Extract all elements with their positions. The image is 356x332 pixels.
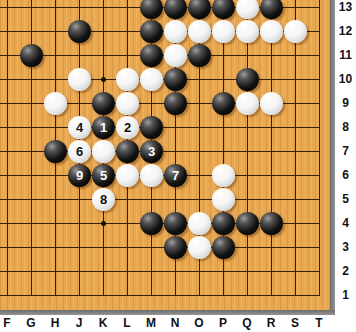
stone-white-P5 — [212, 188, 235, 211]
star-point-K10 — [101, 77, 106, 82]
coord-label-col-T: T — [307, 315, 331, 332]
stone-black-Q10 — [236, 68, 259, 91]
stone-white-L9 — [116, 92, 139, 115]
stone-black-G11 — [20, 44, 43, 67]
move-number-4: 4 — [76, 121, 83, 134]
move-number-8: 8 — [100, 193, 107, 206]
coord-label-col-N: N — [163, 315, 187, 332]
stone-black-P4 — [212, 212, 235, 235]
stone-white-J7: 6 — [68, 140, 91, 163]
stone-white-O4 — [188, 212, 211, 235]
coord-label-row-8: 8 — [335, 119, 356, 135]
coord-label-col-O: O — [187, 315, 211, 332]
stone-white-J10 — [68, 68, 91, 91]
stone-black-K9 — [92, 92, 115, 115]
coord-label-row-7: 7 — [335, 143, 356, 159]
stone-black-P3 — [212, 236, 235, 259]
go-board-screenshot: 412639578 FGHJKLMNOPQRST1312111098765432… — [0, 0, 356, 332]
stone-white-L10 — [116, 68, 139, 91]
coord-label-row-3: 3 — [335, 239, 356, 255]
stone-black-M8 — [140, 116, 163, 139]
stone-black-M7: 3 — [140, 140, 163, 163]
stone-white-Q12 — [236, 20, 259, 43]
coord-label-col-J: J — [67, 315, 91, 332]
stone-white-M6 — [140, 164, 163, 187]
move-number-9: 9 — [76, 169, 83, 182]
stone-black-N10 — [164, 68, 187, 91]
stone-black-K8: 1 — [92, 116, 115, 139]
stone-white-S12 — [284, 20, 307, 43]
coord-label-col-R: R — [259, 315, 283, 332]
move-number-6: 6 — [76, 145, 83, 158]
stone-black-L7 — [116, 140, 139, 163]
stone-white-K7 — [92, 140, 115, 163]
stone-white-L6 — [116, 164, 139, 187]
coord-label-col-G: G — [19, 315, 43, 332]
stone-black-O11 — [188, 44, 211, 67]
stone-black-H7 — [44, 140, 67, 163]
stone-white-H9 — [44, 92, 67, 115]
stone-black-Q4 — [236, 212, 259, 235]
coord-label-col-L: L — [115, 315, 139, 332]
coord-label-col-Q: Q — [235, 315, 259, 332]
coord-label-row-12: 12 — [335, 23, 356, 39]
stone-black-N6: 7 — [164, 164, 187, 187]
star-point-K4 — [101, 221, 106, 226]
stone-black-P9 — [212, 92, 235, 115]
coord-label-row-1: 1 — [335, 287, 356, 303]
stone-black-M4 — [140, 212, 163, 235]
coord-label-col-S: S — [283, 315, 307, 332]
stone-white-Q9 — [236, 92, 259, 115]
stone-white-N11 — [164, 44, 187, 67]
stone-white-K5: 8 — [92, 188, 115, 211]
stone-black-R4 — [260, 212, 283, 235]
stone-white-R12 — [260, 20, 283, 43]
stone-black-N3 — [164, 236, 187, 259]
stone-black-J6: 9 — [68, 164, 91, 187]
stone-white-L8: 2 — [116, 116, 139, 139]
stone-black-N4 — [164, 212, 187, 235]
move-number-3: 3 — [148, 145, 155, 158]
move-number-1: 1 — [100, 121, 107, 134]
coord-label-row-9: 9 — [335, 95, 356, 111]
coord-label-row-5: 5 — [335, 191, 356, 207]
stone-white-O3 — [188, 236, 211, 259]
coord-label-col-M: M — [139, 315, 163, 332]
coord-label-col-P: P — [211, 315, 235, 332]
coord-label-row-10: 10 — [335, 71, 356, 87]
coord-label-col-F: F — [0, 315, 19, 332]
stone-black-M12 — [140, 20, 163, 43]
coord-label-row-6: 6 — [335, 167, 356, 183]
coord-label-row-4: 4 — [335, 215, 356, 231]
coord-label-row-2: 2 — [335, 263, 356, 279]
move-number-5: 5 — [100, 169, 107, 182]
coord-label-col-H: H — [43, 315, 67, 332]
stone-white-P12 — [212, 20, 235, 43]
go-board: 412639578 — [0, 0, 330, 310]
stone-black-K6: 5 — [92, 164, 115, 187]
stone-white-O12 — [188, 20, 211, 43]
move-number-2: 2 — [124, 121, 131, 134]
stone-white-N12 — [164, 20, 187, 43]
coord-label-row-13: 13 — [335, 0, 356, 15]
move-number-7: 7 — [172, 169, 179, 182]
stone-black-M11 — [140, 44, 163, 67]
stone-black-J12 — [68, 20, 91, 43]
stone-white-P6 — [212, 164, 235, 187]
coord-label-row-11: 11 — [335, 47, 356, 63]
stone-black-N9 — [164, 92, 187, 115]
stone-white-R9 — [260, 92, 283, 115]
stone-white-J8: 4 — [68, 116, 91, 139]
coord-label-col-K: K — [91, 315, 115, 332]
stone-white-M10 — [140, 68, 163, 91]
